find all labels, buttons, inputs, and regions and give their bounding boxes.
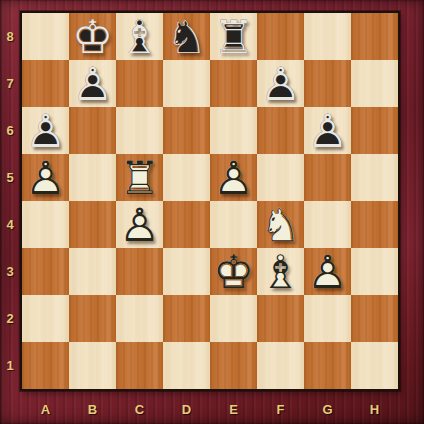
square-e1[interactable]	[210, 342, 257, 389]
piece-white-king[interactable]: ♚♔	[210, 248, 257, 295]
square-f2[interactable]	[257, 295, 304, 342]
pawn-outline-glyph: ♙	[257, 60, 304, 107]
piece-white-pawn[interactable]: ♟♙	[304, 248, 351, 295]
bishop-outline-glyph: ♗	[257, 248, 304, 295]
piece-black-pawn[interactable]: ♟♙	[69, 60, 116, 107]
king-outline-glyph: ♔	[69, 13, 116, 60]
knight-fill-glyph: ♞	[163, 13, 210, 60]
pawn-outline-glyph: ♙	[22, 107, 69, 154]
king-fill-glyph: ♚	[210, 248, 257, 295]
square-h3[interactable]	[351, 248, 398, 295]
file-label-h: H	[351, 402, 398, 417]
piece-white-knight[interactable]: ♞♘	[257, 201, 304, 248]
bishop-fill-glyph: ♝	[257, 248, 304, 295]
pawn-fill-glyph: ♟	[210, 154, 257, 201]
square-e5[interactable]: ♟♙	[210, 154, 257, 201]
square-g3[interactable]: ♟♙	[304, 248, 351, 295]
square-b3[interactable]	[69, 248, 116, 295]
square-b2[interactable]	[69, 295, 116, 342]
square-d3[interactable]	[163, 248, 210, 295]
square-g8[interactable]	[304, 13, 351, 60]
king-fill-glyph: ♚	[69, 13, 116, 60]
piece-black-king[interactable]: ♚♔	[69, 13, 116, 60]
file-label-c: C	[116, 402, 163, 417]
square-g1[interactable]	[304, 342, 351, 389]
rook-fill-glyph: ♜	[210, 13, 257, 60]
square-h8[interactable]	[351, 13, 398, 60]
pawn-fill-glyph: ♟	[69, 60, 116, 107]
square-b6[interactable]	[69, 107, 116, 154]
square-b8[interactable]: ♚♔	[69, 13, 116, 60]
square-g2[interactable]	[304, 295, 351, 342]
pawn-outline-glyph: ♙	[304, 248, 351, 295]
piece-white-pawn[interactable]: ♟♙	[22, 154, 69, 201]
file-label-d: D	[163, 402, 210, 417]
square-a1[interactable]	[22, 342, 69, 389]
square-h7[interactable]	[351, 60, 398, 107]
rank-label-1: 1	[0, 342, 20, 389]
piece-black-pawn[interactable]: ♟♙	[257, 60, 304, 107]
square-c3[interactable]	[116, 248, 163, 295]
square-g5[interactable]	[304, 154, 351, 201]
file-label-g: G	[304, 402, 351, 417]
square-e7[interactable]	[210, 60, 257, 107]
rank-label-8: 8	[0, 13, 20, 60]
square-c4[interactable]: ♟♙	[116, 201, 163, 248]
square-f7[interactable]: ♟♙	[257, 60, 304, 107]
square-h5[interactable]	[351, 154, 398, 201]
square-c2[interactable]	[116, 295, 163, 342]
piece-white-pawn[interactable]: ♟♙	[210, 154, 257, 201]
piece-black-pawn[interactable]: ♟♙	[22, 107, 69, 154]
file-label-a: A	[22, 402, 69, 417]
pawn-fill-glyph: ♟	[257, 60, 304, 107]
square-h1[interactable]	[351, 342, 398, 389]
piece-white-rook[interactable]: ♜♖	[116, 154, 163, 201]
rook-outline-glyph: ♖	[116, 154, 163, 201]
knight-outline-glyph: ♘	[257, 201, 304, 248]
pawn-fill-glyph: ♟	[22, 107, 69, 154]
chessboard-frame: ♚♔♝♗♞♘♜♖♟♙♟♙♟♙♟♙♟♙♜♖♟♙♟♙♞♘♚♔♝♗♟♙ 8765432…	[0, 0, 424, 424]
square-d1[interactable]	[163, 342, 210, 389]
board: ♚♔♝♗♞♘♜♖♟♙♟♙♟♙♟♙♟♙♜♖♟♙♟♙♞♘♚♔♝♗♟♙	[20, 11, 400, 391]
square-f1[interactable]	[257, 342, 304, 389]
file-label-f: F	[257, 402, 304, 417]
square-a6[interactable]: ♟♙	[22, 107, 69, 154]
pawn-outline-glyph: ♙	[69, 60, 116, 107]
square-c6[interactable]	[116, 107, 163, 154]
square-d6[interactable]	[163, 107, 210, 154]
square-b4[interactable]	[69, 201, 116, 248]
square-d8[interactable]: ♞♘	[163, 13, 210, 60]
king-outline-glyph: ♔	[210, 248, 257, 295]
piece-black-bishop[interactable]: ♝♗	[116, 13, 163, 60]
pawn-outline-glyph: ♙	[210, 154, 257, 201]
square-c8[interactable]: ♝♗	[116, 13, 163, 60]
square-a5[interactable]: ♟♙	[22, 154, 69, 201]
square-b7[interactable]: ♟♙	[69, 60, 116, 107]
square-b1[interactable]	[69, 342, 116, 389]
square-h2[interactable]	[351, 295, 398, 342]
square-f8[interactable]	[257, 13, 304, 60]
rank-label-5: 5	[0, 154, 20, 201]
rank-label-2: 2	[0, 295, 20, 342]
rank-label-4: 4	[0, 201, 20, 248]
square-g4[interactable]	[304, 201, 351, 248]
square-a3[interactable]	[22, 248, 69, 295]
square-e3[interactable]: ♚♔	[210, 248, 257, 295]
square-e8[interactable]: ♜♖	[210, 13, 257, 60]
pawn-outline-glyph: ♙	[116, 201, 163, 248]
knight-outline-glyph: ♘	[163, 13, 210, 60]
pawn-fill-glyph: ♟	[304, 107, 351, 154]
piece-white-bishop[interactable]: ♝♗	[257, 248, 304, 295]
pawn-fill-glyph: ♟	[304, 248, 351, 295]
knight-fill-glyph: ♞	[257, 201, 304, 248]
square-g7[interactable]	[304, 60, 351, 107]
piece-white-pawn[interactable]: ♟♙	[116, 201, 163, 248]
pawn-outline-glyph: ♙	[22, 154, 69, 201]
square-d7[interactable]	[163, 60, 210, 107]
file-label-b: B	[69, 402, 116, 417]
rank-label-6: 6	[0, 107, 20, 154]
square-a8[interactable]	[22, 13, 69, 60]
rook-fill-glyph: ♜	[116, 154, 163, 201]
square-a4[interactable]	[22, 201, 69, 248]
square-c1[interactable]	[116, 342, 163, 389]
square-e4[interactable]	[210, 201, 257, 248]
square-a2[interactable]	[22, 295, 69, 342]
square-e6[interactable]	[210, 107, 257, 154]
square-f3[interactable]: ♝♗	[257, 248, 304, 295]
file-labels: ABCDEFGH	[22, 397, 398, 421]
square-a7[interactable]	[22, 60, 69, 107]
square-h4[interactable]	[351, 201, 398, 248]
piece-black-pawn[interactable]: ♟♙	[304, 107, 351, 154]
square-h6[interactable]	[351, 107, 398, 154]
bishop-outline-glyph: ♗	[116, 13, 163, 60]
square-f6[interactable]	[257, 107, 304, 154]
rank-label-3: 3	[0, 248, 20, 295]
bishop-fill-glyph: ♝	[116, 13, 163, 60]
pawn-fill-glyph: ♟	[22, 154, 69, 201]
piece-black-knight[interactable]: ♞♘	[163, 13, 210, 60]
square-d4[interactable]	[163, 201, 210, 248]
file-label-e: E	[210, 402, 257, 417]
pawn-fill-glyph: ♟	[116, 201, 163, 248]
square-c5[interactable]: ♜♖	[116, 154, 163, 201]
piece-black-rook[interactable]: ♜♖	[210, 13, 257, 60]
square-d5[interactable]	[163, 154, 210, 201]
rook-outline-glyph: ♖	[210, 13, 257, 60]
square-g6[interactable]: ♟♙	[304, 107, 351, 154]
square-f5[interactable]	[257, 154, 304, 201]
pawn-outline-glyph: ♙	[304, 107, 351, 154]
square-c7[interactable]	[116, 60, 163, 107]
square-e2[interactable]	[210, 295, 257, 342]
square-f4[interactable]: ♞♘	[257, 201, 304, 248]
square-b5[interactable]	[69, 154, 116, 201]
rank-labels: 87654321	[0, 13, 20, 389]
rank-label-7: 7	[0, 60, 20, 107]
square-d2[interactable]	[163, 295, 210, 342]
